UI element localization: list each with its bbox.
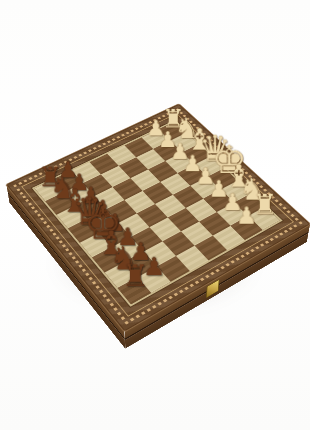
product-photo: ♜♞♝♛♚♝♞♜♟♟♟♟♟♟♟♟♟♟♟♟♟♟♟♟♜♞♝♛♚♝♞♜ (0, 0, 310, 430)
white-pawn-h2: ♟ (235, 204, 258, 228)
black-rook-h8: ♜ (122, 261, 146, 291)
